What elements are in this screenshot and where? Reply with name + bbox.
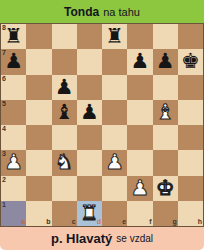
- square-d5[interactable]: ♟: [77, 100, 102, 125]
- square-g4[interactable]: [153, 125, 178, 150]
- square-a4[interactable]: 4: [1, 125, 26, 150]
- square-b8[interactable]: [26, 24, 51, 49]
- file-label-f: f: [149, 218, 151, 226]
- square-e3[interactable]: ♟: [102, 150, 127, 175]
- square-g2[interactable]: ♚: [153, 176, 178, 201]
- square-b1[interactable]: b: [26, 201, 51, 226]
- white-king: ♚: [153, 176, 178, 201]
- square-h4[interactable]: [178, 125, 203, 150]
- file-label-c: c: [72, 218, 76, 226]
- rank-label-7: 7: [2, 49, 6, 57]
- square-c8[interactable]: [52, 24, 77, 49]
- square-d1[interactable]: d♜: [77, 201, 102, 226]
- square-g6[interactable]: [153, 75, 178, 100]
- black-bishop: ♝: [52, 100, 77, 125]
- square-b2[interactable]: [26, 176, 51, 201]
- square-f1[interactable]: f: [127, 201, 152, 226]
- square-e8[interactable]: ♜: [102, 24, 127, 49]
- rank-label-8: 8: [2, 24, 6, 32]
- square-h1[interactable]: h: [178, 201, 203, 226]
- bottom-player-bar: p. Hlavatý se vzdal: [0, 227, 204, 250]
- square-c5[interactable]: ♝: [52, 100, 77, 125]
- square-a2[interactable]: 2: [1, 176, 26, 201]
- file-label-d: d: [97, 218, 101, 226]
- square-e1[interactable]: e: [102, 201, 127, 226]
- square-b7[interactable]: [26, 49, 51, 74]
- white-bishop: ♝: [153, 100, 178, 125]
- square-h8[interactable]: [178, 24, 203, 49]
- square-e6[interactable]: [102, 75, 127, 100]
- square-a1[interactable]: 1a: [1, 201, 26, 226]
- square-d7[interactable]: [77, 49, 102, 74]
- bottom-player-name: p. Hlavatý: [51, 231, 112, 246]
- square-c6[interactable]: ♟: [52, 75, 77, 100]
- bottom-player-status: se vzdal: [116, 233, 153, 244]
- square-a5[interactable]: 5: [1, 100, 26, 125]
- square-c4[interactable]: [52, 125, 77, 150]
- square-d6[interactable]: [77, 75, 102, 100]
- rank-label-4: 4: [2, 125, 6, 133]
- rank-label-5: 5: [2, 100, 6, 108]
- square-g3[interactable]: [153, 150, 178, 175]
- square-g7[interactable]: ♟: [153, 49, 178, 74]
- square-h5[interactable]: [178, 100, 203, 125]
- square-h7[interactable]: ♚: [178, 49, 203, 74]
- black-pawn: ♟: [77, 100, 102, 125]
- square-a6[interactable]: 6: [1, 75, 26, 100]
- square-f2[interactable]: ♟: [127, 176, 152, 201]
- black-rook: ♜: [102, 24, 127, 49]
- black-pawn: ♟: [153, 49, 178, 74]
- square-d4[interactable]: [77, 125, 102, 150]
- square-f4[interactable]: [127, 125, 152, 150]
- file-label-a: a: [21, 218, 25, 226]
- square-h2[interactable]: [178, 176, 203, 201]
- square-b4[interactable]: [26, 125, 51, 150]
- chess-game-widget: Tonda na tahu 8♜♜7♟♟♟♚6♟5♝♟♝43♟♞♟2♟♚1abc…: [0, 0, 204, 250]
- chess-board: 8♜♜7♟♟♟♚6♟5♝♟♝43♟♞♟2♟♚1abcd♜efgh: [0, 23, 204, 227]
- rank-label-1: 1: [2, 201, 6, 209]
- top-player-bar: Tonda na tahu: [0, 0, 204, 23]
- square-a8[interactable]: 8♜: [1, 24, 26, 49]
- square-e4[interactable]: [102, 125, 127, 150]
- file-label-h: h: [198, 218, 202, 226]
- square-c3[interactable]: ♞: [52, 150, 77, 175]
- top-player-name: Tonda: [64, 5, 99, 19]
- square-g8[interactable]: [153, 24, 178, 49]
- square-d8[interactable]: [77, 24, 102, 49]
- square-d3[interactable]: [77, 150, 102, 175]
- square-b6[interactable]: [26, 75, 51, 100]
- square-f7[interactable]: ♟: [127, 49, 152, 74]
- square-e5[interactable]: [102, 100, 127, 125]
- square-a7[interactable]: 7♟: [1, 49, 26, 74]
- square-a3[interactable]: 3♟: [1, 150, 26, 175]
- rank-label-2: 2: [2, 176, 6, 184]
- square-h6[interactable]: [178, 75, 203, 100]
- square-f6[interactable]: [127, 75, 152, 100]
- black-pawn: ♟: [127, 49, 152, 74]
- square-h3[interactable]: [178, 150, 203, 175]
- square-f8[interactable]: [127, 24, 152, 49]
- square-g1[interactable]: g: [153, 201, 178, 226]
- square-e7[interactable]: [102, 49, 127, 74]
- white-pawn: ♟: [127, 176, 152, 201]
- file-label-g: g: [172, 218, 176, 226]
- square-g5[interactable]: ♝: [153, 100, 178, 125]
- square-c1[interactable]: c: [52, 201, 77, 226]
- square-c2[interactable]: [52, 176, 77, 201]
- file-label-e: e: [122, 218, 126, 226]
- white-pawn: ♟: [102, 150, 127, 175]
- square-b5[interactable]: [26, 100, 51, 125]
- top-player-status: na tahu: [103, 6, 140, 18]
- square-f3[interactable]: [127, 150, 152, 175]
- square-d2[interactable]: [77, 176, 102, 201]
- black-pawn: ♟: [52, 75, 77, 100]
- rank-label-6: 6: [2, 75, 6, 83]
- black-king: ♚: [178, 49, 203, 74]
- square-c7[interactable]: [52, 49, 77, 74]
- square-e2[interactable]: [102, 176, 127, 201]
- file-label-b: b: [46, 218, 50, 226]
- square-f5[interactable]: [127, 100, 152, 125]
- rank-label-3: 3: [2, 150, 6, 158]
- white-knight: ♞: [52, 150, 77, 175]
- square-b3[interactable]: [26, 150, 51, 175]
